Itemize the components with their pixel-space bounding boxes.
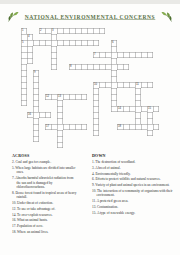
grid-cell[interactable]	[147, 130, 153, 136]
title-row: NATIONAL ENVIRONMENTAL CONCERNS	[0, 8, 180, 25]
down-clue-item: 4. Environmentally friendly.	[92, 171, 177, 175]
grid-cell[interactable]	[147, 52, 153, 58]
leaf-icon-left	[7, 11, 20, 23]
cell-number: 3	[52, 29, 54, 32]
cell-number: 6	[112, 41, 114, 44]
down-clue-item: 6. Efforts to protect wildlife and natur…	[92, 177, 177, 181]
cell-number: 4	[28, 35, 30, 38]
across-clue-item: 12. To use or take advantage of.	[12, 207, 78, 211]
across-clue-item: 8. Dense forest found in tropical areas …	[12, 191, 78, 200]
across-clue-item: 7. Absorbs harmful ultraviolet radiation…	[12, 176, 78, 189]
cell-number: 9	[34, 71, 36, 74]
scan-edge	[0, 0, 180, 4]
across-clue-item: 5. When large habitats are divided into …	[12, 166, 78, 175]
cell-number: 18	[118, 125, 121, 128]
cell-number: 11	[136, 83, 139, 86]
grid-cell[interactable]	[21, 100, 27, 106]
down-clue-item: 11. A protected green area.	[92, 199, 177, 203]
down-clue-item: 3. A breed of animal.	[92, 166, 177, 170]
leaf-icon-right	[160, 11, 173, 23]
across-header: ACROSS	[12, 153, 78, 158]
grid-cell[interactable]	[81, 124, 87, 130]
grid-cell[interactable]	[45, 112, 51, 118]
page-title: NATIONAL ENVIRONMENTAL CONCERNS	[25, 14, 156, 20]
cell-number: 10	[94, 83, 97, 86]
grid-cell[interactable]	[153, 106, 159, 112]
grid-cell[interactable]	[51, 64, 57, 70]
across-clue-item: 16. What an animal hunts.	[12, 218, 78, 222]
grid-cell[interactable]	[81, 94, 87, 100]
cell-number: 17	[46, 125, 49, 128]
worksheet-page: NATIONAL ENVIRONMENTAL CONCERNS 12345678…	[0, 0, 180, 255]
down-clue-item: 9. Variety of plant and animal species i…	[92, 183, 177, 187]
cell-number: 16	[28, 113, 31, 116]
across-clues: ACROSS 2. Coal and gas for example.5. Wh…	[0, 153, 81, 235]
grid-cell[interactable]	[153, 124, 159, 130]
grid-cell[interactable]	[123, 64, 129, 70]
across-clue-item: 18. Where an animal lives.	[12, 230, 78, 234]
grid-cell[interactable]	[99, 28, 105, 34]
grid-cell[interactable]	[93, 40, 99, 46]
cell-number: 15	[148, 107, 151, 110]
down-header: DOWN	[92, 153, 177, 158]
across-clue-item: 2. Coal and gas for example.	[12, 160, 78, 164]
down-clue-item: 13. Contamination.	[92, 205, 177, 209]
across-clue-item: 10. Under threat of extinction.	[12, 201, 78, 205]
down-clue-item: 10. The interaction of a community of or…	[92, 189, 177, 198]
grid-cell[interactable]	[147, 82, 153, 88]
cell-number: 12	[46, 95, 49, 98]
cell-number: 8	[70, 65, 72, 68]
across-list: 2. Coal and gas for example.5. When larg…	[12, 160, 78, 234]
down-list: 1. The destruction of woodland.3. A bree…	[92, 160, 177, 215]
across-clue-item: 17. Population of zero.	[12, 224, 78, 228]
cell-number: 7	[94, 53, 96, 56]
across-clue-item: 14. To over-exploit resources.	[12, 212, 78, 216]
down-clue-item: 15. A type of renewable energy.	[92, 210, 177, 214]
clue-section: ACROSS 2. Coal and gas for example.5. Wh…	[0, 153, 180, 235]
grid-cell[interactable]	[57, 142, 63, 148]
cell-number: 14	[118, 107, 121, 110]
cell-number: 13	[58, 95, 61, 98]
down-clues: DOWN 1. The destruction of woodland.3. A…	[81, 153, 180, 235]
cell-number: 1	[22, 29, 24, 32]
down-clue-item: 1. The destruction of woodland.	[92, 160, 177, 164]
cell-number: 2	[40, 29, 42, 32]
crossword-grid[interactable]: 123456789101112131415161718	[21, 28, 160, 149]
cell-number: 5	[22, 41, 24, 44]
grid-cell[interactable]	[33, 136, 39, 142]
grid-cell[interactable]	[27, 58, 33, 64]
grid-cell[interactable]	[93, 130, 99, 136]
